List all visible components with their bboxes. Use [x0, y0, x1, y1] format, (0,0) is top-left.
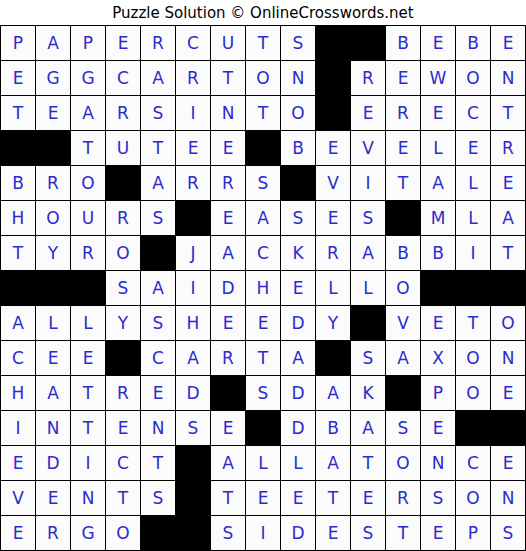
letter-cell: E: [1, 61, 35, 95]
block-cell: [176, 201, 210, 235]
letter-cell: D: [211, 271, 245, 305]
letter-cell: N: [491, 341, 525, 375]
letter-cell: B: [386, 26, 420, 60]
letter-cell: E: [36, 96, 70, 130]
letter-cell: A: [1, 306, 35, 340]
letter-cell: A: [316, 446, 350, 480]
letter-cell: E: [491, 446, 525, 480]
letter-cell: R: [211, 166, 245, 200]
block-cell: [316, 26, 350, 60]
letter-cell: R: [351, 61, 385, 95]
letter-cell: S: [141, 201, 175, 235]
letter-cell: R: [176, 61, 210, 95]
letter-cell: D: [281, 306, 315, 340]
letter-cell: S: [246, 376, 280, 410]
letter-cell: N: [211, 96, 245, 130]
letter-cell: A: [246, 201, 280, 235]
letter-cell: R: [386, 96, 420, 130]
letter-cell: W: [421, 61, 455, 95]
letter-cell: T: [386, 516, 420, 550]
letter-cell: O: [71, 166, 105, 200]
letter-cell: S: [141, 96, 175, 130]
letter-cell: R: [211, 341, 245, 375]
letter-cell: E: [281, 481, 315, 515]
letter-cell: E: [176, 131, 210, 165]
letter-cell: T: [316, 481, 350, 515]
letter-cell: N: [36, 411, 70, 445]
letter-cell: X: [421, 341, 455, 375]
block-cell: [36, 271, 70, 305]
letter-cell: A: [141, 271, 175, 305]
letter-cell: P: [456, 516, 490, 550]
letter-cell: E: [1, 516, 35, 550]
letter-cell: S: [386, 411, 420, 445]
block-cell: [351, 306, 385, 340]
letter-cell: N: [491, 61, 525, 95]
letter-cell: T: [71, 411, 105, 445]
letter-cell: E: [421, 306, 455, 340]
letter-cell: N: [491, 481, 525, 515]
letter-cell: A: [351, 236, 385, 270]
letter-cell: E: [71, 341, 105, 375]
letter-cell: E: [246, 306, 280, 340]
letter-cell: C: [456, 446, 490, 480]
letter-cell: R: [106, 201, 140, 235]
letter-cell: E: [316, 516, 350, 550]
letter-cell: T: [351, 446, 385, 480]
letter-cell: A: [211, 236, 245, 270]
block-cell: [1, 271, 35, 305]
letter-cell: E: [421, 96, 455, 130]
letter-cell: H: [1, 376, 35, 410]
letter-cell: S: [141, 306, 175, 340]
letter-cell: A: [176, 341, 210, 375]
letter-cell: D: [176, 376, 210, 410]
block-cell: [386, 376, 420, 410]
letter-cell: R: [316, 236, 350, 270]
letter-cell: T: [491, 96, 525, 130]
letter-cell: S: [351, 341, 385, 375]
letter-cell: C: [106, 61, 140, 95]
block-cell: [316, 96, 350, 130]
letter-cell: J: [176, 236, 210, 270]
letter-cell: L: [456, 166, 490, 200]
letter-cell: L: [36, 306, 70, 340]
block-cell: [36, 131, 70, 165]
letter-cell: B: [421, 236, 455, 270]
letter-cell: T: [106, 481, 140, 515]
letter-cell: E: [106, 26, 140, 60]
letter-cell: I: [176, 271, 210, 305]
letter-cell: O: [491, 306, 525, 340]
letter-cell: E: [421, 26, 455, 60]
letter-cell: E: [491, 376, 525, 410]
letter-cell: I: [1, 411, 35, 445]
letter-cell: E: [246, 481, 280, 515]
letter-cell: A: [71, 96, 105, 130]
letter-cell: A: [421, 166, 455, 200]
letter-cell: L: [71, 306, 105, 340]
letter-cell: O: [281, 96, 315, 130]
letter-cell: M: [421, 201, 455, 235]
letter-cell: N: [421, 446, 455, 480]
letter-cell: C: [456, 96, 490, 130]
letter-cell: O: [456, 376, 490, 410]
letter-cell: E: [421, 516, 455, 550]
letter-cell: T: [246, 96, 280, 130]
letter-cell: G: [71, 516, 105, 550]
letter-cell: E: [351, 481, 385, 515]
letter-cell: S: [246, 166, 280, 200]
letter-cell: L: [456, 201, 490, 235]
letter-cell: S: [106, 271, 140, 305]
letter-cell: U: [211, 26, 245, 60]
letter-cell: E: [491, 26, 525, 60]
letter-cell: O: [386, 271, 420, 305]
letter-cell: R: [106, 96, 140, 130]
crossword-grid: PAPERCUTSBEBEEGGCARTONREWONTEARSINTOEREC…: [0, 25, 526, 551]
letter-cell: E: [421, 411, 455, 445]
letter-cell: U: [71, 201, 105, 235]
letter-cell: T: [211, 61, 245, 95]
letter-cell: V: [386, 306, 420, 340]
letter-cell: N: [281, 61, 315, 95]
letter-cell: O: [386, 446, 420, 480]
letter-cell: T: [141, 131, 175, 165]
letter-cell: R: [71, 236, 105, 270]
letter-cell: O: [36, 201, 70, 235]
letter-cell: S: [211, 516, 245, 550]
letter-cell: S: [351, 516, 385, 550]
letter-cell: I: [456, 236, 490, 270]
letter-cell: R: [106, 376, 140, 410]
letter-cell: G: [36, 61, 70, 95]
letter-cell: T: [246, 26, 280, 60]
letter-cell: I: [246, 516, 280, 550]
letter-cell: T: [491, 236, 525, 270]
block-cell: [491, 411, 525, 445]
letter-cell: K: [281, 236, 315, 270]
block-cell: [316, 61, 350, 95]
letter-cell: D: [281, 411, 315, 445]
letter-cell: I: [176, 96, 210, 130]
block-cell: [491, 271, 525, 305]
letter-cell: I: [351, 166, 385, 200]
letter-cell: E: [211, 411, 245, 445]
letter-cell: V: [1, 481, 35, 515]
letter-cell: T: [246, 341, 280, 375]
letter-cell: T: [71, 131, 105, 165]
block-cell: [176, 516, 210, 550]
block-cell: [281, 166, 315, 200]
letter-cell: B: [316, 411, 350, 445]
block-cell: [176, 446, 210, 480]
letter-cell: E: [106, 411, 140, 445]
letter-cell: N: [71, 481, 105, 515]
letter-cell: S: [281, 26, 315, 60]
block-cell: [106, 166, 140, 200]
letter-cell: O: [106, 516, 140, 550]
letter-cell: H: [1, 201, 35, 235]
letter-cell: O: [456, 341, 490, 375]
puzzle-solution-page: Puzzle Solution © OnlineCrosswords.net P…: [0, 0, 526, 551]
letter-cell: R: [36, 166, 70, 200]
letter-cell: T: [456, 306, 490, 340]
letter-cell: E: [386, 61, 420, 95]
letter-cell: E: [1, 446, 35, 480]
letter-cell: Y: [316, 306, 350, 340]
letter-cell: S: [351, 201, 385, 235]
letter-cell: H: [176, 306, 210, 340]
letter-cell: T: [386, 166, 420, 200]
letter-cell: R: [386, 481, 420, 515]
letter-cell: A: [36, 26, 70, 60]
page-title: Puzzle Solution © OnlineCrosswords.net: [0, 0, 526, 25]
letter-cell: S: [176, 411, 210, 445]
block-cell: [1, 131, 35, 165]
letter-cell: L: [421, 131, 455, 165]
letter-cell: B: [386, 236, 420, 270]
letter-cell: E: [456, 131, 490, 165]
letter-cell: O: [246, 61, 280, 95]
block-cell: [211, 376, 245, 410]
letter-cell: B: [1, 166, 35, 200]
letter-cell: H: [246, 271, 280, 305]
letter-cell: N: [141, 411, 175, 445]
letter-cell: S: [281, 201, 315, 235]
letter-cell: E: [141, 376, 175, 410]
block-cell: [141, 516, 175, 550]
letter-cell: L: [351, 271, 385, 305]
letter-cell: A: [316, 376, 350, 410]
letter-cell: V: [316, 166, 350, 200]
letter-cell: Y: [106, 306, 140, 340]
letter-cell: B: [456, 26, 490, 60]
letter-cell: E: [211, 131, 245, 165]
letter-cell: R: [491, 131, 525, 165]
letter-cell: P: [71, 26, 105, 60]
letter-cell: D: [281, 376, 315, 410]
letter-cell: L: [246, 446, 280, 480]
letter-cell: A: [211, 446, 245, 480]
letter-cell: E: [211, 306, 245, 340]
letter-cell: E: [211, 201, 245, 235]
block-cell: [386, 201, 420, 235]
letter-cell: I: [71, 446, 105, 480]
letter-cell: B: [281, 131, 315, 165]
letter-cell: O: [456, 481, 490, 515]
letter-cell: L: [281, 446, 315, 480]
letter-cell: E: [316, 131, 350, 165]
block-cell: [176, 481, 210, 515]
letter-cell: K: [351, 376, 385, 410]
letter-cell: P: [421, 376, 455, 410]
letter-cell: T: [71, 376, 105, 410]
letter-cell: R: [141, 26, 175, 60]
letter-cell: O: [106, 236, 140, 270]
letter-cell: E: [36, 481, 70, 515]
letter-cell: A: [386, 341, 420, 375]
letter-cell: A: [36, 376, 70, 410]
block-cell: [421, 271, 455, 305]
letter-cell: S: [421, 481, 455, 515]
letter-cell: D: [36, 446, 70, 480]
letter-cell: A: [491, 201, 525, 235]
letter-cell: R: [176, 166, 210, 200]
letter-cell: L: [316, 271, 350, 305]
letter-cell: V: [351, 131, 385, 165]
block-cell: [246, 131, 280, 165]
letter-cell: E: [491, 166, 525, 200]
letter-cell: A: [351, 411, 385, 445]
letter-cell: C: [176, 26, 210, 60]
letter-cell: T: [1, 236, 35, 270]
letter-cell: U: [106, 131, 140, 165]
block-cell: [246, 411, 280, 445]
letter-cell: A: [281, 341, 315, 375]
letter-cell: D: [281, 516, 315, 550]
block-cell: [141, 236, 175, 270]
letter-cell: E: [351, 96, 385, 130]
letter-cell: E: [316, 201, 350, 235]
block-cell: [316, 341, 350, 375]
block-cell: [71, 271, 105, 305]
block-cell: [106, 341, 140, 375]
letter-cell: C: [246, 236, 280, 270]
letter-cell: T: [1, 96, 35, 130]
block-cell: [456, 271, 490, 305]
block-cell: [351, 26, 385, 60]
letter-cell: E: [281, 271, 315, 305]
letter-cell: T: [211, 481, 245, 515]
letter-cell: S: [491, 516, 525, 550]
letter-cell: Y: [36, 236, 70, 270]
letter-cell: A: [141, 61, 175, 95]
letter-cell: E: [36, 341, 70, 375]
block-cell: [456, 411, 490, 445]
letter-cell: O: [456, 61, 490, 95]
letter-cell: E: [386, 131, 420, 165]
letter-cell: C: [106, 446, 140, 480]
letter-cell: S: [141, 481, 175, 515]
letter-cell: A: [141, 166, 175, 200]
letter-cell: C: [1, 341, 35, 375]
letter-cell: C: [141, 341, 175, 375]
letter-cell: G: [71, 61, 105, 95]
letter-cell: R: [36, 516, 70, 550]
letter-cell: P: [1, 26, 35, 60]
letter-cell: T: [141, 446, 175, 480]
